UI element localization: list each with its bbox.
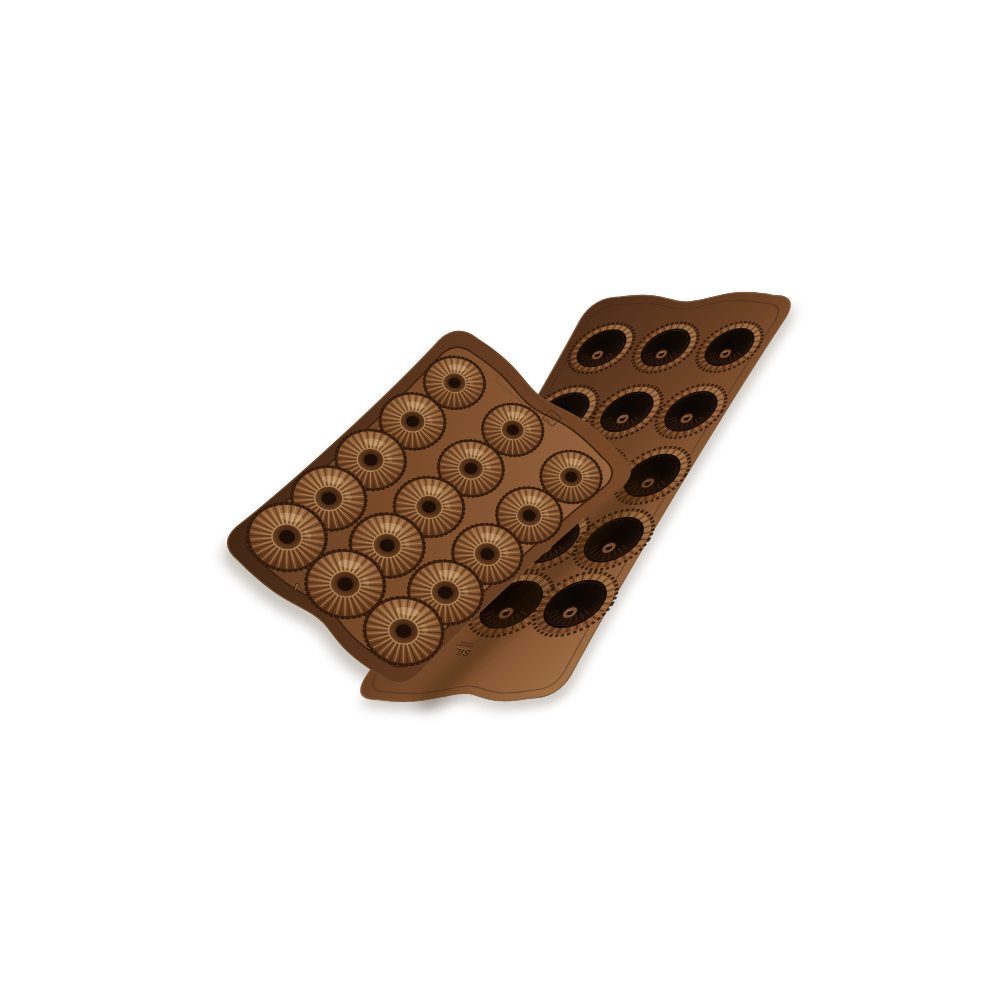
product-photo: SIL SIL [0, 0, 1000, 1000]
scene-svg: SIL SIL [0, 0, 1000, 1000]
